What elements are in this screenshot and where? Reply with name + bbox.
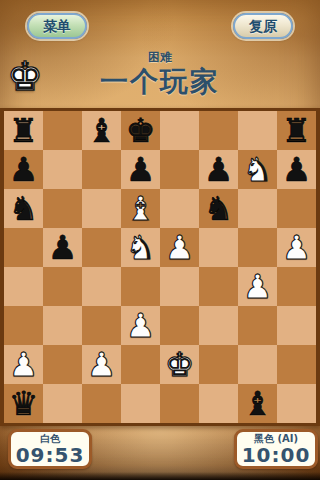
square-e8[interactable] xyxy=(160,111,199,150)
piece-white-pawn[interactable]: ♟ xyxy=(277,228,316,267)
square-g3[interactable] xyxy=(238,306,277,345)
undo-button[interactable]: 复原 xyxy=(233,13,293,39)
square-c7[interactable] xyxy=(82,150,121,189)
piece-black-pawn[interactable]: ♟ xyxy=(199,150,238,189)
square-g2[interactable] xyxy=(238,345,277,384)
square-d6[interactable]: ♝ xyxy=(121,189,160,228)
piece-black-rook[interactable]: ♜ xyxy=(4,111,43,150)
menu-button[interactable]: 菜单 xyxy=(27,13,87,39)
square-c8[interactable]: ♝ xyxy=(82,111,121,150)
square-d2[interactable] xyxy=(121,345,160,384)
square-d7[interactable]: ♟ xyxy=(121,150,160,189)
square-a5[interactable] xyxy=(4,228,43,267)
piece-white-bishop[interactable]: ♝ xyxy=(121,189,160,228)
square-f2[interactable] xyxy=(199,345,238,384)
game-mode-title: 一个玩家 xyxy=(0,63,320,101)
square-c3[interactable] xyxy=(82,306,121,345)
piece-white-pawn[interactable]: ♟ xyxy=(121,306,160,345)
piece-white-knight[interactable]: ♞ xyxy=(238,150,277,189)
square-h4[interactable] xyxy=(277,267,316,306)
square-h7[interactable]: ♟ xyxy=(277,150,316,189)
square-d3[interactable]: ♟ xyxy=(121,306,160,345)
black-clock-time: 10:00 xyxy=(237,445,315,466)
chess-board: ♜♝♚♜♟♟♟♞♟♞♝♞♟♞♟♟♟♟♟♟♚♛♝ xyxy=(0,108,320,426)
square-b7[interactable] xyxy=(43,150,82,189)
piece-white-pawn[interactable]: ♟ xyxy=(160,228,199,267)
square-d8[interactable]: ♚ xyxy=(121,111,160,150)
square-c2[interactable]: ♟ xyxy=(82,345,121,384)
square-h2[interactable] xyxy=(277,345,316,384)
square-e6[interactable] xyxy=(160,189,199,228)
square-e2[interactable]: ♚ xyxy=(160,345,199,384)
square-a4[interactable] xyxy=(4,267,43,306)
white-clock-time: 09:53 xyxy=(11,445,89,466)
white-clock: 白色 09:53 xyxy=(8,429,92,469)
square-b8[interactable] xyxy=(43,111,82,150)
piece-black-knight[interactable]: ♞ xyxy=(199,189,238,228)
square-g8[interactable] xyxy=(238,111,277,150)
square-f4[interactable] xyxy=(199,267,238,306)
square-b4[interactable] xyxy=(43,267,82,306)
square-f1[interactable] xyxy=(199,384,238,423)
square-f8[interactable] xyxy=(199,111,238,150)
square-h5[interactable]: ♟ xyxy=(277,228,316,267)
square-f5[interactable] xyxy=(199,228,238,267)
square-c5[interactable] xyxy=(82,228,121,267)
piece-white-pawn[interactable]: ♟ xyxy=(4,345,43,384)
square-e4[interactable] xyxy=(160,267,199,306)
square-d1[interactable] xyxy=(121,384,160,423)
square-g5[interactable] xyxy=(238,228,277,267)
piece-black-queen[interactable]: ♛ xyxy=(4,384,43,423)
square-e1[interactable] xyxy=(160,384,199,423)
square-e5[interactable]: ♟ xyxy=(160,228,199,267)
piece-black-pawn[interactable]: ♟ xyxy=(4,150,43,189)
square-h6[interactable] xyxy=(277,189,316,228)
piece-white-knight[interactable]: ♞ xyxy=(121,228,160,267)
square-a2[interactable]: ♟ xyxy=(4,345,43,384)
square-b5[interactable]: ♟ xyxy=(43,228,82,267)
square-a6[interactable]: ♞ xyxy=(4,189,43,228)
piece-black-knight[interactable]: ♞ xyxy=(4,189,43,228)
piece-black-pawn[interactable]: ♟ xyxy=(277,150,316,189)
square-g1[interactable]: ♝ xyxy=(238,384,277,423)
square-e3[interactable] xyxy=(160,306,199,345)
square-h3[interactable] xyxy=(277,306,316,345)
square-h8[interactable]: ♜ xyxy=(277,111,316,150)
square-b2[interactable] xyxy=(43,345,82,384)
square-f6[interactable]: ♞ xyxy=(199,189,238,228)
square-f3[interactable] xyxy=(199,306,238,345)
piece-white-king[interactable]: ♚ xyxy=(160,345,199,384)
piece-black-bishop[interactable]: ♝ xyxy=(238,384,277,423)
square-c4[interactable] xyxy=(82,267,121,306)
square-b6[interactable] xyxy=(43,189,82,228)
app-screen: 菜单 复原 ♚ 困难 一个玩家 ♜♝♚♜♟♟♟♞♟♞♝♞♟♞♟♟♟♟♟♟♚♛♝ … xyxy=(0,0,320,480)
square-a1[interactable]: ♛ xyxy=(4,384,43,423)
square-b3[interactable] xyxy=(43,306,82,345)
square-e7[interactable] xyxy=(160,150,199,189)
piece-black-pawn[interactable]: ♟ xyxy=(43,228,82,267)
piece-black-pawn[interactable]: ♟ xyxy=(121,150,160,189)
piece-black-king[interactable]: ♚ xyxy=(121,111,160,150)
square-c1[interactable] xyxy=(82,384,121,423)
square-a8[interactable]: ♜ xyxy=(4,111,43,150)
square-a3[interactable] xyxy=(4,306,43,345)
square-g6[interactable] xyxy=(238,189,277,228)
piece-white-pawn[interactable]: ♟ xyxy=(238,267,277,306)
square-c6[interactable] xyxy=(82,189,121,228)
square-h1[interactable] xyxy=(277,384,316,423)
square-d4[interactable] xyxy=(121,267,160,306)
piece-black-rook[interactable]: ♜ xyxy=(277,111,316,150)
square-g7[interactable]: ♞ xyxy=(238,150,277,189)
square-f7[interactable]: ♟ xyxy=(199,150,238,189)
piece-black-bishop[interactable]: ♝ xyxy=(82,111,121,150)
square-b1[interactable] xyxy=(43,384,82,423)
square-g4[interactable]: ♟ xyxy=(238,267,277,306)
square-d5[interactable]: ♞ xyxy=(121,228,160,267)
black-clock: 黑色 (AI) 10:00 xyxy=(234,429,318,469)
piece-white-pawn[interactable]: ♟ xyxy=(82,345,121,384)
square-a7[interactable]: ♟ xyxy=(4,150,43,189)
